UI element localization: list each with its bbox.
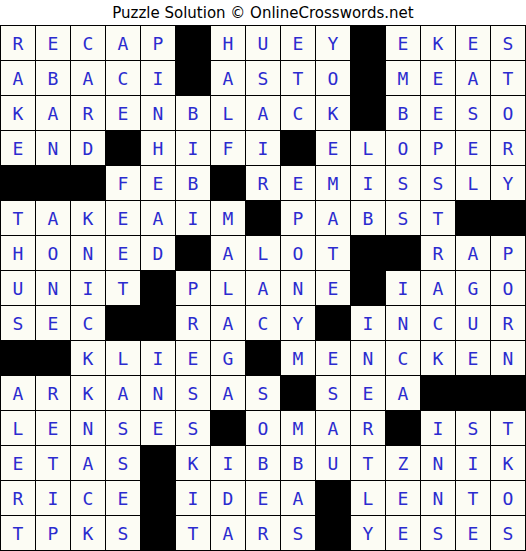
letter-cell: P [141,26,175,60]
letter-cell: Y [316,26,350,60]
letter-cell: T [36,446,70,480]
letter-cell: N [36,271,70,305]
letter-cell: U [246,26,280,60]
letter-cell: E [281,166,315,200]
letter-cell: K [421,26,455,60]
letter-cell: I [141,61,175,95]
block-cell [316,481,350,515]
letter-cell: P [421,131,455,165]
letter-cell: E [386,516,420,550]
letter-cell: O [246,411,280,445]
letter-cell: K [316,96,350,130]
letter-cell: A [71,446,105,480]
letter-cell: D [71,131,105,165]
letter-cell: E [316,271,350,305]
letter-cell: U [456,306,490,340]
letter-cell: G [456,271,490,305]
letter-cell: N [421,446,455,480]
letter-cell: A [141,201,175,235]
block-cell [36,341,70,375]
block-cell [246,201,280,235]
letter-cell: A [386,376,420,410]
letter-cell: A [211,236,245,270]
block-cell [491,201,525,235]
letter-cell: U [1,271,35,305]
block-cell [141,446,175,480]
letter-cell: I [141,341,175,375]
letter-cell: H [141,131,175,165]
block-cell [211,166,245,200]
letter-cell: I [351,306,385,340]
letter-cell: N [491,341,525,375]
letter-cell: R [71,96,105,130]
letter-cell: D [211,481,245,515]
letter-cell: C [71,481,105,515]
block-cell [141,271,175,305]
letter-cell: E [1,131,35,165]
letter-cell: A [421,271,455,305]
letter-cell: C [71,26,105,60]
block-cell [176,61,210,95]
letter-cell: S [106,516,140,550]
letter-cell: E [106,236,140,270]
letter-cell: R [491,131,525,165]
letter-cell: T [281,61,315,95]
letter-cell: T [316,236,350,270]
block-cell [421,376,455,410]
letter-cell: F [106,166,140,200]
letter-cell: T [351,446,385,480]
letter-cell: A [36,96,70,130]
letter-cell: N [281,271,315,305]
letter-cell: E [456,131,490,165]
letter-cell: R [351,411,385,445]
letter-cell: Y [281,306,315,340]
letter-cell: E [386,481,420,515]
block-cell [106,131,140,165]
letter-cell: L [211,96,245,130]
letter-cell: S [456,96,490,130]
letter-cell: I [176,201,210,235]
block-cell [351,271,385,305]
letter-cell: A [36,201,70,235]
block-cell [351,96,385,130]
letter-cell: L [456,166,490,200]
letter-cell: I [246,131,280,165]
letter-cell: C [281,96,315,130]
letter-cell: M [211,201,245,235]
letter-cell: E [36,411,70,445]
letter-cell: A [71,61,105,95]
letter-cell: R [1,26,35,60]
letter-cell: S [491,516,525,550]
letter-cell: K [421,341,455,375]
letter-cell: H [1,236,35,270]
letter-cell: E [316,341,350,375]
letter-cell: R [36,376,70,410]
letter-cell: E [1,446,35,480]
block-cell [281,376,315,410]
letter-cell: A [211,61,245,95]
block-cell [36,166,70,200]
letter-cell: S [281,516,315,550]
letter-cell: C [421,306,455,340]
letter-cell: K [491,446,525,480]
letter-cell: S [386,201,420,235]
letter-cell: T [176,516,210,550]
letter-cell: K [71,376,105,410]
letter-cell: R [491,306,525,340]
letter-cell: P [491,236,525,270]
letter-cell: T [1,201,35,235]
letter-cell: E [106,96,140,130]
puzzle-solution-page: Puzzle Solution © OnlineCrosswords.net R… [0,0,526,551]
block-cell [141,516,175,550]
letter-cell: E [281,26,315,60]
block-cell [141,306,175,340]
letter-cell: P [176,271,210,305]
block-cell [106,306,140,340]
crossword-grid: RECAPHUEYEKESABACIASTOMEATKARENBLACKBESO… [0,25,526,551]
letter-cell: A [456,61,490,95]
letter-cell: O [316,61,350,95]
block-cell [351,236,385,270]
block-cell [1,341,35,375]
letter-cell: E [456,516,490,550]
letter-cell: S [456,411,490,445]
letter-cell: E [316,131,350,165]
letter-cell: K [71,341,105,375]
letter-cell: A [246,96,280,130]
letter-cell: I [176,481,210,515]
letter-cell: N [351,341,385,375]
letter-cell: T [106,271,140,305]
block-cell [316,516,350,550]
letter-cell: E [456,341,490,375]
letter-cell: E [36,306,70,340]
letter-cell: A [246,271,280,305]
block-cell [246,341,280,375]
block-cell [351,26,385,60]
letter-cell: P [36,516,70,550]
letter-cell: T [491,61,525,95]
letter-cell: S [316,376,350,410]
letter-cell: R [421,236,455,270]
letter-cell: E [141,166,175,200]
letter-cell: I [456,446,490,480]
block-cell [71,166,105,200]
letter-cell: A [316,201,350,235]
letter-cell: L [351,481,385,515]
letter-cell: N [71,236,105,270]
letter-cell: Y [491,166,525,200]
letter-cell: N [141,376,175,410]
letter-cell: E [106,481,140,515]
letter-cell: B [176,166,210,200]
letter-cell: A [316,411,350,445]
letter-cell: E [106,201,140,235]
letter-cell: B [281,446,315,480]
letter-cell: A [1,61,35,95]
letter-cell: C [106,61,140,95]
letter-cell: B [246,446,280,480]
letter-cell: N [141,96,175,130]
letter-cell: A [211,516,245,550]
letter-cell: R [176,306,210,340]
letter-cell: E [141,411,175,445]
letter-cell: S [386,166,420,200]
letter-cell: O [386,131,420,165]
letter-cell: M [281,411,315,445]
letter-cell: L [351,131,385,165]
letter-cell: T [491,411,525,445]
letter-cell: O [281,236,315,270]
letter-cell: O [491,271,525,305]
letter-cell: L [106,341,140,375]
block-cell [141,481,175,515]
letter-cell: R [246,166,280,200]
letter-cell: S [246,376,280,410]
letter-cell: N [71,411,105,445]
letter-cell: C [71,306,105,340]
letter-cell: C [386,341,420,375]
letter-cell: F [211,131,245,165]
letter-cell: T [1,516,35,550]
block-cell [491,376,525,410]
letter-cell: U [316,446,350,480]
letter-cell: A [456,236,490,270]
block-cell [456,376,490,410]
block-cell [456,201,490,235]
letter-cell: B [36,61,70,95]
letter-cell: H [211,26,245,60]
block-cell [386,411,420,445]
block-cell [176,26,210,60]
letter-cell: L [1,411,35,445]
letter-cell: S [421,516,455,550]
letter-cell: A [106,376,140,410]
letter-cell: Z [386,446,420,480]
letter-cell: S [176,376,210,410]
letter-cell: R [246,516,280,550]
letter-cell: I [176,131,210,165]
letter-cell: L [211,271,245,305]
letter-cell: T [421,201,455,235]
block-cell [316,306,350,340]
letter-cell: O [491,96,525,130]
letter-cell: E [351,376,385,410]
block-cell [1,166,35,200]
letter-cell: A [106,26,140,60]
letter-cell: S [1,306,35,340]
letter-cell: E [176,341,210,375]
letter-cell: A [211,376,245,410]
letter-cell: E [456,26,490,60]
letter-cell: O [36,236,70,270]
letter-cell: E [246,481,280,515]
letter-cell: N [386,306,420,340]
letter-cell: T [456,481,490,515]
letter-cell: B [351,201,385,235]
letter-cell: K [1,96,35,130]
block-cell [211,411,245,445]
block-cell [351,61,385,95]
letter-cell: S [176,411,210,445]
letter-cell: S [106,411,140,445]
letter-cell: E [421,96,455,130]
block-cell [386,236,420,270]
letter-cell: N [36,131,70,165]
letter-cell: S [246,61,280,95]
letter-cell: C [246,306,280,340]
letter-cell: I [386,271,420,305]
letter-cell: K [71,516,105,550]
letter-cell: P [281,201,315,235]
letter-cell: S [491,26,525,60]
letter-cell: L [246,236,280,270]
letter-cell: M [386,61,420,95]
letter-cell: G [211,341,245,375]
page-title: Puzzle Solution © OnlineCrosswords.net [0,0,526,25]
letter-cell: K [176,446,210,480]
letter-cell: Y [351,516,385,550]
letter-cell: E [421,61,455,95]
letter-cell: B [176,96,210,130]
letter-cell: A [1,376,35,410]
letter-cell: B [386,96,420,130]
letter-cell: A [211,306,245,340]
letter-cell: E [36,26,70,60]
letter-cell: E [386,26,420,60]
block-cell [176,236,210,270]
letter-cell: I [211,446,245,480]
letter-cell: K [71,201,105,235]
letter-cell: M [281,341,315,375]
letter-cell: M [316,166,350,200]
letter-cell: S [106,446,140,480]
letter-cell: I [71,271,105,305]
letter-cell: O [491,481,525,515]
letter-cell: R [1,481,35,515]
letter-cell: A [281,481,315,515]
block-cell [281,131,315,165]
letter-cell: D [141,236,175,270]
letter-cell: I [351,166,385,200]
letter-cell: N [421,481,455,515]
letter-cell: I [421,411,455,445]
letter-cell: S [421,166,455,200]
letter-cell: I [36,481,70,515]
